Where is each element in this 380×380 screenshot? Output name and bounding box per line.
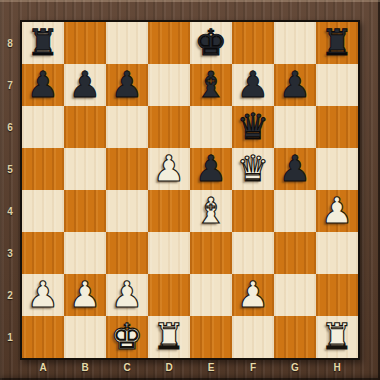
square-e8[interactable]: ♚ [190, 22, 232, 64]
piece-black-king[interactable]: ♚ [190, 22, 232, 64]
square-a1[interactable] [22, 316, 64, 358]
square-h6[interactable] [316, 106, 358, 148]
square-d2[interactable] [148, 274, 190, 316]
square-c3[interactable] [106, 232, 148, 274]
square-g5[interactable]: ♟ [274, 148, 316, 190]
square-a4[interactable] [22, 190, 64, 232]
square-a6[interactable] [22, 106, 64, 148]
file-label-a: A [22, 358, 64, 376]
square-b4[interactable] [64, 190, 106, 232]
piece-black-pawn[interactable]: ♟ [64, 64, 106, 106]
piece-white-rook[interactable]: ♜ [148, 316, 190, 358]
rank-label-5: 5 [0, 148, 20, 190]
file-label-f: F [232, 358, 274, 376]
square-f2[interactable]: ♟ [232, 274, 274, 316]
square-d4[interactable] [148, 190, 190, 232]
rank-label-1: 1 [0, 316, 20, 358]
piece-black-bishop[interactable]: ♝ [190, 64, 232, 106]
rank-labels: 87654321 [0, 22, 20, 358]
piece-white-queen[interactable]: ♛ [232, 148, 274, 190]
square-f3[interactable] [232, 232, 274, 274]
square-h4[interactable]: ♟ [316, 190, 358, 232]
rank-label-6: 6 [0, 106, 20, 148]
square-d6[interactable] [148, 106, 190, 148]
chessboard-frame: ♜♚♜♟♟♟♝♟♟♛♟♟♛♟♝♟♟♟♟♟♚♜♜ 87654321 ABCDEFG… [0, 0, 380, 380]
piece-black-rook[interactable]: ♜ [22, 22, 64, 64]
rank-label-3: 3 [0, 232, 20, 274]
square-h3[interactable] [316, 232, 358, 274]
square-d5[interactable]: ♟ [148, 148, 190, 190]
piece-black-pawn[interactable]: ♟ [106, 64, 148, 106]
rank-label-4: 4 [0, 190, 20, 232]
square-c8[interactable] [106, 22, 148, 64]
piece-black-pawn[interactable]: ♟ [274, 64, 316, 106]
file-label-d: D [148, 358, 190, 376]
square-h2[interactable] [316, 274, 358, 316]
square-f7[interactable]: ♟ [232, 64, 274, 106]
piece-black-pawn[interactable]: ♟ [274, 148, 316, 190]
square-e5[interactable]: ♟ [190, 148, 232, 190]
square-b1[interactable] [64, 316, 106, 358]
square-e1[interactable] [190, 316, 232, 358]
square-b6[interactable] [64, 106, 106, 148]
rank-label-7: 7 [0, 64, 20, 106]
square-a8[interactable]: ♜ [22, 22, 64, 64]
square-h1[interactable]: ♜ [316, 316, 358, 358]
square-c4[interactable] [106, 190, 148, 232]
piece-black-queen[interactable]: ♛ [232, 106, 274, 148]
piece-black-pawn[interactable]: ♟ [22, 64, 64, 106]
square-c7[interactable]: ♟ [106, 64, 148, 106]
square-c5[interactable] [106, 148, 148, 190]
square-g2[interactable] [274, 274, 316, 316]
piece-black-pawn[interactable]: ♟ [190, 148, 232, 190]
square-d7[interactable] [148, 64, 190, 106]
square-b8[interactable] [64, 22, 106, 64]
piece-white-rook[interactable]: ♜ [316, 316, 358, 358]
rank-label-2: 2 [0, 274, 20, 316]
file-labels: ABCDEFGH [22, 358, 358, 376]
square-c2[interactable]: ♟ [106, 274, 148, 316]
file-label-b: B [64, 358, 106, 376]
square-a5[interactable] [22, 148, 64, 190]
file-label-e: E [190, 358, 232, 376]
piece-black-rook[interactable]: ♜ [316, 22, 358, 64]
square-h7[interactable] [316, 64, 358, 106]
square-c1[interactable]: ♚ [106, 316, 148, 358]
piece-white-pawn[interactable]: ♟ [232, 274, 274, 316]
square-b7[interactable]: ♟ [64, 64, 106, 106]
square-d1[interactable]: ♜ [148, 316, 190, 358]
piece-white-bishop[interactable]: ♝ [190, 190, 232, 232]
square-f6[interactable]: ♛ [232, 106, 274, 148]
square-g6[interactable] [274, 106, 316, 148]
square-f4[interactable] [232, 190, 274, 232]
square-b2[interactable]: ♟ [64, 274, 106, 316]
square-h8[interactable]: ♜ [316, 22, 358, 64]
square-e6[interactable] [190, 106, 232, 148]
square-e7[interactable]: ♝ [190, 64, 232, 106]
square-h5[interactable] [316, 148, 358, 190]
piece-white-pawn[interactable]: ♟ [148, 148, 190, 190]
square-g1[interactable] [274, 316, 316, 358]
square-e3[interactable] [190, 232, 232, 274]
piece-white-king[interactable]: ♚ [106, 316, 148, 358]
square-g4[interactable] [274, 190, 316, 232]
square-a2[interactable]: ♟ [22, 274, 64, 316]
piece-white-pawn[interactable]: ♟ [22, 274, 64, 316]
square-a3[interactable] [22, 232, 64, 274]
piece-black-pawn[interactable]: ♟ [232, 64, 274, 106]
square-c6[interactable] [106, 106, 148, 148]
square-d3[interactable] [148, 232, 190, 274]
piece-white-pawn[interactable]: ♟ [64, 274, 106, 316]
square-b3[interactable] [64, 232, 106, 274]
piece-white-pawn[interactable]: ♟ [106, 274, 148, 316]
square-d8[interactable] [148, 22, 190, 64]
square-e4[interactable]: ♝ [190, 190, 232, 232]
square-f5[interactable]: ♛ [232, 148, 274, 190]
square-f8[interactable] [232, 22, 274, 64]
file-label-g: G [274, 358, 316, 376]
file-label-h: H [316, 358, 358, 376]
square-f1[interactable] [232, 316, 274, 358]
square-g8[interactable] [274, 22, 316, 64]
file-label-c: C [106, 358, 148, 376]
square-e2[interactable] [190, 274, 232, 316]
square-g7[interactable]: ♟ [274, 64, 316, 106]
piece-white-pawn[interactable]: ♟ [316, 190, 358, 232]
square-g3[interactable] [274, 232, 316, 274]
square-a7[interactable]: ♟ [22, 64, 64, 106]
chess-board: ♜♚♜♟♟♟♝♟♟♛♟♟♛♟♝♟♟♟♟♟♚♜♜ [20, 20, 360, 360]
square-b5[interactable] [64, 148, 106, 190]
rank-label-8: 8 [0, 22, 20, 64]
